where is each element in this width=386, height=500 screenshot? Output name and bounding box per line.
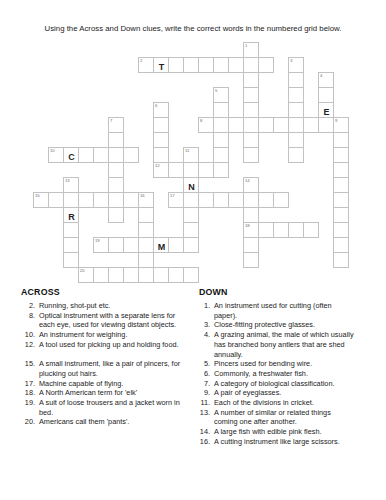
down-list: 1.An instrument used for cutting (oftenp… bbox=[199, 301, 383, 447]
grid-cell[interactable]: 5 bbox=[213, 87, 229, 103]
clue-number: 13. bbox=[199, 408, 210, 427]
grid-cell[interactable] bbox=[213, 162, 229, 178]
grid-cell[interactable] bbox=[273, 117, 289, 133]
clue-text: Commonly, a freshwater fish. bbox=[214, 369, 383, 379]
clue-number: 7. bbox=[199, 379, 210, 389]
grid-cell[interactable]: N bbox=[183, 177, 199, 193]
grid-cell[interactable] bbox=[243, 132, 259, 148]
clue-number-label: 4 bbox=[320, 73, 322, 77]
grid-cell[interactable] bbox=[273, 192, 289, 208]
grid-cell[interactable] bbox=[168, 57, 184, 73]
grid-cell[interactable]: E bbox=[318, 102, 334, 118]
clue-item: 4.A grazing animal, the male of which us… bbox=[199, 330, 383, 359]
grid-cell[interactable] bbox=[93, 267, 109, 283]
clue-number-label: 20 bbox=[80, 268, 85, 272]
grid-cell[interactable]: 9 bbox=[333, 117, 349, 133]
clue-item: 2.Running, shot-put etc. bbox=[21, 301, 199, 311]
crossword-worksheet: Using the Across and Down clues, write t… bbox=[0, 0, 386, 500]
clue-number-label: 9 bbox=[335, 118, 337, 122]
grid-cell[interactable]: 3 bbox=[288, 57, 304, 73]
clue-item: 20.Americans call them 'pants'. bbox=[21, 417, 199, 427]
clue-number-label: 17 bbox=[170, 193, 175, 197]
grid-cell[interactable] bbox=[243, 57, 259, 73]
clue-item: 5.Pincers used for bending wire. bbox=[199, 359, 383, 369]
grid-cell[interactable] bbox=[198, 192, 214, 208]
clue-number-label: 1 bbox=[245, 43, 247, 47]
clue-number: 15. bbox=[21, 359, 35, 378]
grid-cell[interactable]: 12 bbox=[153, 162, 169, 178]
grid-cell[interactable] bbox=[333, 252, 349, 268]
grid-cell[interactable] bbox=[243, 237, 259, 253]
grid-cell[interactable]: 15 bbox=[33, 192, 49, 208]
clue-number-label: 2 bbox=[140, 58, 142, 62]
clue-number-label: 12 bbox=[155, 163, 160, 167]
grid-cell[interactable] bbox=[228, 192, 244, 208]
grid-cell[interactable] bbox=[183, 237, 199, 253]
grid-cell[interactable] bbox=[138, 252, 154, 268]
clue-number-label: 7 bbox=[110, 118, 112, 122]
clue-number: 9. bbox=[199, 388, 210, 398]
clue-number-label: 11 bbox=[185, 148, 189, 152]
clue-number: 6. bbox=[199, 369, 210, 379]
prefilled-letter: C bbox=[64, 148, 79, 164]
grid-cell[interactable] bbox=[243, 147, 259, 163]
grid-cell[interactable] bbox=[273, 222, 289, 238]
clue-item: 14.A large fish with edible pink flesh. bbox=[199, 427, 383, 437]
grid-cell[interactable]: T bbox=[153, 57, 169, 73]
grid-cell[interactable]: 17 bbox=[168, 192, 184, 208]
grid-cell[interactable] bbox=[108, 207, 124, 223]
grid-cell[interactable] bbox=[123, 192, 139, 208]
grid-cell[interactable] bbox=[123, 147, 139, 163]
grid-cell[interactable] bbox=[333, 192, 349, 208]
clue-number: 16. bbox=[199, 437, 210, 447]
grid-cell[interactable]: 10 bbox=[48, 147, 64, 163]
grid-cell[interactable] bbox=[288, 87, 304, 103]
grid-cell[interactable] bbox=[63, 252, 79, 268]
clue-item: 6.Commonly, a freshwater fish. bbox=[199, 369, 383, 379]
prefilled-letter: T bbox=[154, 58, 169, 74]
grid-cell[interactable] bbox=[288, 147, 304, 163]
grid-cell[interactable]: 8 bbox=[198, 117, 214, 133]
grid-cell[interactable]: 1 bbox=[243, 42, 259, 58]
clue-text: Running, shot-put etc. bbox=[39, 301, 199, 311]
grid-cell[interactable] bbox=[243, 252, 259, 268]
grid-cell[interactable] bbox=[108, 162, 124, 178]
clue-number-label: 10 bbox=[50, 148, 55, 152]
grid-cell[interactable] bbox=[213, 192, 229, 208]
grid-cell[interactable] bbox=[138, 222, 154, 238]
clue-number: 1. bbox=[199, 301, 210, 320]
grid-cell[interactable] bbox=[108, 147, 124, 163]
clue-text: Optical instrument with a separate lens … bbox=[39, 311, 199, 330]
clue-text: Each of the divisions in cricket. bbox=[214, 398, 383, 408]
grid-cell[interactable] bbox=[288, 222, 304, 238]
grid-cell[interactable] bbox=[288, 72, 304, 88]
grid-cell[interactable] bbox=[318, 87, 334, 103]
grid-cell[interactable] bbox=[123, 237, 139, 253]
grid-cell[interactable] bbox=[153, 267, 169, 283]
clue-number: 19. bbox=[21, 398, 35, 417]
grid-cell[interactable] bbox=[228, 57, 244, 73]
grid-cell[interactable] bbox=[333, 147, 349, 163]
grid-cell[interactable]: 2 bbox=[138, 57, 154, 73]
clue-item: 10.An instrument for weighing. bbox=[21, 330, 199, 340]
clue-number: 17. bbox=[21, 379, 35, 389]
clue-number-label: 19 bbox=[95, 238, 100, 242]
crossword-grid: 12T3456E78910C111213N14151617R1819M20 bbox=[33, 42, 348, 282]
clue-text: A pair of eyeglasses. bbox=[214, 388, 383, 398]
clue-item: 1.An instrument used for cutting (oftenp… bbox=[199, 301, 383, 320]
grid-cell[interactable]: C bbox=[63, 147, 79, 163]
grid-cell[interactable] bbox=[183, 222, 199, 238]
clue-text: A category of biological classification. bbox=[214, 379, 383, 389]
clue-text: Machine capable of flying. bbox=[39, 379, 199, 389]
clue-number: 18. bbox=[21, 388, 35, 398]
grid-cell[interactable] bbox=[168, 267, 184, 283]
clue-text: A tool used for picking up and holding f… bbox=[39, 340, 199, 350]
grid-cell[interactable] bbox=[333, 177, 349, 193]
clue-number-label: 14 bbox=[245, 178, 250, 182]
clue-number: 3. bbox=[199, 320, 210, 330]
grid-cell[interactable] bbox=[228, 117, 244, 133]
grid-cell[interactable]: M bbox=[153, 237, 169, 253]
grid-cell[interactable] bbox=[78, 192, 94, 208]
clue-item: 8.Optical instrument with a separate len… bbox=[21, 311, 199, 330]
clue-number-label: 5 bbox=[215, 88, 217, 92]
grid-cell[interactable] bbox=[288, 102, 304, 118]
clue-text: Americans call them 'pants'. bbox=[39, 417, 199, 427]
clue-item: 11.Each of the divisions in cricket. bbox=[199, 398, 383, 408]
clue-number-label: 8 bbox=[200, 118, 202, 122]
grid-cell[interactable] bbox=[138, 267, 154, 283]
grid-cell[interactable] bbox=[93, 192, 109, 208]
grid-cell[interactable] bbox=[153, 132, 169, 148]
clue-text: An instrument for weighing. bbox=[39, 330, 199, 340]
clue-number: 5. bbox=[199, 359, 210, 369]
clue-number-label: 3 bbox=[290, 58, 292, 62]
grid-cell[interactable] bbox=[333, 222, 349, 238]
down-section: DOWN 1.An instrument used for cutting (o… bbox=[199, 287, 383, 447]
grid-cell[interactable] bbox=[93, 147, 109, 163]
grid-cell[interactable] bbox=[243, 117, 259, 133]
clue-text: An instrument used for cutting (oftenpap… bbox=[214, 301, 383, 320]
grid-cell[interactable] bbox=[183, 162, 199, 178]
grid-cell[interactable]: 13 bbox=[63, 177, 79, 193]
across-section: ACROSS 2.Running, shot-put etc.8.Optical… bbox=[21, 287, 199, 427]
page-title: Using the Across and Down clues, write t… bbox=[0, 24, 386, 33]
clue-item: 13.A number of similar or related things… bbox=[199, 408, 383, 427]
grid-cell[interactable]: 14 bbox=[243, 177, 259, 193]
clue-text: A small instrument, like a pair of pince… bbox=[39, 359, 199, 378]
grid-cell[interactable] bbox=[63, 192, 79, 208]
clue-item: 15.A small instrument, like a pair of pi… bbox=[21, 359, 199, 378]
grid-cell[interactable]: 11 bbox=[183, 147, 199, 163]
clue-number: 12. bbox=[21, 340, 35, 350]
grid-cell[interactable] bbox=[213, 132, 229, 148]
clue-text: A grazing animal, the male of which usua… bbox=[214, 330, 383, 359]
grid-cell[interactable] bbox=[168, 237, 184, 253]
across-header: ACROSS bbox=[21, 287, 199, 297]
clue-number: 20. bbox=[21, 417, 35, 427]
grid-cell[interactable] bbox=[318, 117, 334, 133]
grid-cell[interactable] bbox=[183, 57, 199, 73]
grid-cell[interactable] bbox=[183, 207, 199, 223]
down-header: DOWN bbox=[199, 287, 383, 297]
grid-cell[interactable]: 6 bbox=[153, 102, 169, 118]
grid-cell[interactable] bbox=[198, 57, 214, 73]
grid-cell[interactable] bbox=[213, 117, 229, 133]
clue-item: 9.A pair of eyeglasses. bbox=[199, 388, 383, 398]
grid-cell[interactable] bbox=[288, 117, 304, 133]
clue-item: 3.Close-fitting protective glasses. bbox=[199, 320, 383, 330]
grid-cell[interactable] bbox=[333, 237, 349, 253]
grid-cell[interactable] bbox=[303, 222, 319, 238]
grid-cell[interactable] bbox=[183, 192, 199, 208]
clue-text: Pincers used for bending wire. bbox=[214, 359, 383, 369]
clue-number-label: 13 bbox=[65, 178, 70, 182]
grid-cell[interactable] bbox=[213, 102, 229, 118]
grid-cell[interactable] bbox=[243, 72, 259, 88]
grid-cell[interactable] bbox=[243, 207, 259, 223]
across-list: 2.Running, shot-put etc.8.Optical instru… bbox=[21, 301, 199, 427]
clue-number: 11. bbox=[199, 398, 210, 408]
grid-cell[interactable] bbox=[63, 237, 79, 253]
grid-cell[interactable]: 4 bbox=[318, 72, 334, 88]
grid-cell[interactable] bbox=[213, 57, 229, 73]
grid-cell[interactable]: R bbox=[63, 207, 79, 223]
grid-cell[interactable] bbox=[243, 102, 259, 118]
grid-cell[interactable] bbox=[108, 192, 124, 208]
grid-cell[interactable] bbox=[123, 267, 139, 283]
grid-cell[interactable] bbox=[168, 162, 184, 178]
clue-text: Close-fitting protective glasses. bbox=[214, 320, 383, 330]
clue-text: A cutting instrument like large scissors… bbox=[214, 437, 383, 447]
grid-cell[interactable] bbox=[333, 132, 349, 148]
grid-cell[interactable] bbox=[48, 192, 64, 208]
grid-cell[interactable] bbox=[153, 117, 169, 133]
grid-cell[interactable] bbox=[138, 237, 154, 253]
clue-number-label: 16 bbox=[140, 193, 145, 197]
grid-cell[interactable] bbox=[63, 222, 79, 238]
clue-number: 8. bbox=[21, 311, 35, 330]
grid-cell[interactable]: 20 bbox=[78, 267, 94, 283]
clue-text: A large fish with edible pink flesh. bbox=[214, 427, 383, 437]
grid-cell[interactable] bbox=[333, 162, 349, 178]
clue-item: 12.A tool used for picking up and holdin… bbox=[21, 340, 199, 350]
clue-number-label: 18 bbox=[245, 223, 250, 227]
grid-cell[interactable] bbox=[213, 147, 229, 163]
clue-number: 14. bbox=[199, 427, 210, 437]
grid-cell[interactable] bbox=[108, 267, 124, 283]
clue-text: A North American term for 'elk' bbox=[39, 388, 199, 398]
grid-cell[interactable] bbox=[303, 117, 319, 133]
grid-cell[interactable] bbox=[243, 192, 259, 208]
grid-cell[interactable] bbox=[258, 57, 274, 73]
grid-cell[interactable]: 19 bbox=[93, 237, 109, 253]
clue-number: 2. bbox=[21, 301, 35, 311]
clue-text: A suit of loose trousers and a jacket wo… bbox=[39, 398, 199, 417]
grid-cell[interactable] bbox=[288, 132, 304, 148]
grid-cell[interactable] bbox=[108, 177, 124, 193]
grid-cell[interactable]: 7 bbox=[108, 117, 124, 133]
grid-cell[interactable] bbox=[243, 87, 259, 103]
grid-cell[interactable] bbox=[153, 147, 169, 163]
grid-cell[interactable] bbox=[258, 192, 274, 208]
clue-item: 17.Machine capable of flying. bbox=[21, 379, 199, 389]
grid-cell[interactable]: 18 bbox=[243, 222, 259, 238]
grid-cell[interactable] bbox=[258, 222, 274, 238]
prefilled-letter: M bbox=[154, 238, 169, 254]
grid-cell[interactable] bbox=[108, 132, 124, 148]
grid-cell[interactable]: 16 bbox=[138, 192, 154, 208]
clue-number-label: 6 bbox=[155, 103, 157, 107]
clue-number-label: 15 bbox=[35, 193, 40, 197]
grid-cell[interactable] bbox=[333, 207, 349, 223]
clue-item: 7.A category of biological classificatio… bbox=[199, 379, 383, 389]
clue-number: 10. bbox=[21, 330, 35, 340]
clue-item: 19.A suit of loose trousers and a jacket… bbox=[21, 398, 199, 417]
grid-cell[interactable] bbox=[108, 237, 124, 253]
grid-cell[interactable] bbox=[183, 267, 199, 283]
clue-text: A number of similar or related thingscom… bbox=[214, 408, 383, 427]
grid-cell[interactable] bbox=[138, 207, 154, 223]
grid-cell[interactable] bbox=[198, 162, 214, 178]
clue-item: 18.A North American term for 'elk' bbox=[21, 388, 199, 398]
grid-cell[interactable] bbox=[78, 147, 94, 163]
clue-number: 4. bbox=[199, 330, 210, 359]
grid-cell[interactable] bbox=[258, 117, 274, 133]
clue-item: 16.A cutting instrument like large sciss… bbox=[199, 437, 383, 447]
